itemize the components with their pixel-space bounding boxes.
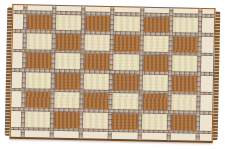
board-square-r4c1[interactable] [26, 72, 51, 88]
board-square-r4c4[interactable] [113, 74, 138, 90]
board-square-r1c4[interactable] [114, 16, 139, 32]
board-square-r4c5[interactable] [142, 74, 167, 90]
board-square-r3c6[interactable] [172, 56, 197, 72]
board-square-r3c4[interactable] [114, 54, 139, 70]
board-square-r3c2[interactable] [55, 53, 80, 69]
board-square-r6c2[interactable] [54, 111, 79, 127]
board-square-r5c3[interactable] [84, 93, 109, 109]
board-square-r5c1[interactable] [25, 91, 50, 107]
board-square-r4c2[interactable] [55, 73, 80, 89]
rug-board [5, 4, 221, 143]
board-square-r2c6[interactable] [172, 36, 197, 52]
board-square-r2c3[interactable] [85, 34, 110, 50]
board-square-r1c1[interactable] [27, 14, 52, 30]
board-square-r1c3[interactable] [85, 15, 110, 31]
board-square-r6c3[interactable] [83, 112, 108, 128]
rug-body [10, 4, 216, 143]
board-square-r6c5[interactable] [141, 113, 166, 129]
board-square-r4c3[interactable] [84, 73, 109, 89]
board [11, 5, 215, 141]
board-square-r2c2[interactable] [56, 34, 81, 50]
board-square-r1c6[interactable] [173, 17, 198, 33]
board-square-r5c2[interactable] [54, 92, 79, 108]
board-square-r3c5[interactable] [143, 55, 168, 71]
board-square-r6c4[interactable] [112, 113, 137, 129]
board-square-r6c1[interactable] [25, 111, 50, 127]
board-square-r2c5[interactable] [143, 36, 168, 52]
board-square-r3c3[interactable] [84, 54, 109, 70]
board-square-r5c5[interactable] [142, 94, 167, 110]
board-square-r5c4[interactable] [113, 93, 138, 109]
board-square-r6c6[interactable] [171, 114, 196, 130]
board-square-r4c6[interactable] [171, 75, 196, 91]
board-square-r1c2[interactable] [56, 14, 81, 30]
board-square-r3c1[interactable] [26, 53, 51, 69]
board-square-r5c6[interactable] [171, 94, 196, 110]
board-square-r2c1[interactable] [26, 33, 51, 49]
board-square-r2c4[interactable] [114, 35, 139, 51]
board-square-r1c5[interactable] [144, 16, 169, 32]
